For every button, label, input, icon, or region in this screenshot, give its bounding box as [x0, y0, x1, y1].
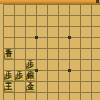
hoshi-star-point	[68, 69, 71, 72]
shogi-app-screenshot: 香歩歩歩銀王金	[0, 0, 100, 100]
piece-kanji-pawn: 歩	[3, 71, 14, 81]
shogi-piece-pawn-8g[interactable]: 歩	[14, 70, 25, 81]
board-frame-top-strip	[0, 0, 100, 4]
shogi-piece-pawn-9g[interactable]: 歩	[3, 70, 14, 81]
piece-kanji-silver: 銀	[25, 71, 36, 81]
piece-kanji-king: 王	[3, 82, 14, 92]
piece-kanji-pawn: 歩	[14, 71, 25, 81]
shogi-board[interactable]: 香歩歩歩銀王金	[3, 4, 100, 100]
shogi-piece-king-9h[interactable]: 王	[3, 81, 14, 92]
shogi-piece-lance-9e[interactable]: 香	[3, 48, 14, 59]
piece-kanji-gold: 金	[25, 82, 36, 92]
hoshi-star-point	[35, 36, 38, 39]
shogi-piece-pawn-7f[interactable]: 歩	[25, 59, 36, 70]
hoshi-star-point	[68, 36, 71, 39]
shogi-piece-gold-7h[interactable]: 金	[25, 81, 36, 92]
piece-kanji-pawn: 歩	[25, 60, 36, 70]
window-edge-fragment	[96, 0, 99, 3]
shogi-piece-silver-7g[interactable]: 銀	[25, 70, 36, 81]
piece-kanji-lance: 香	[3, 49, 14, 59]
